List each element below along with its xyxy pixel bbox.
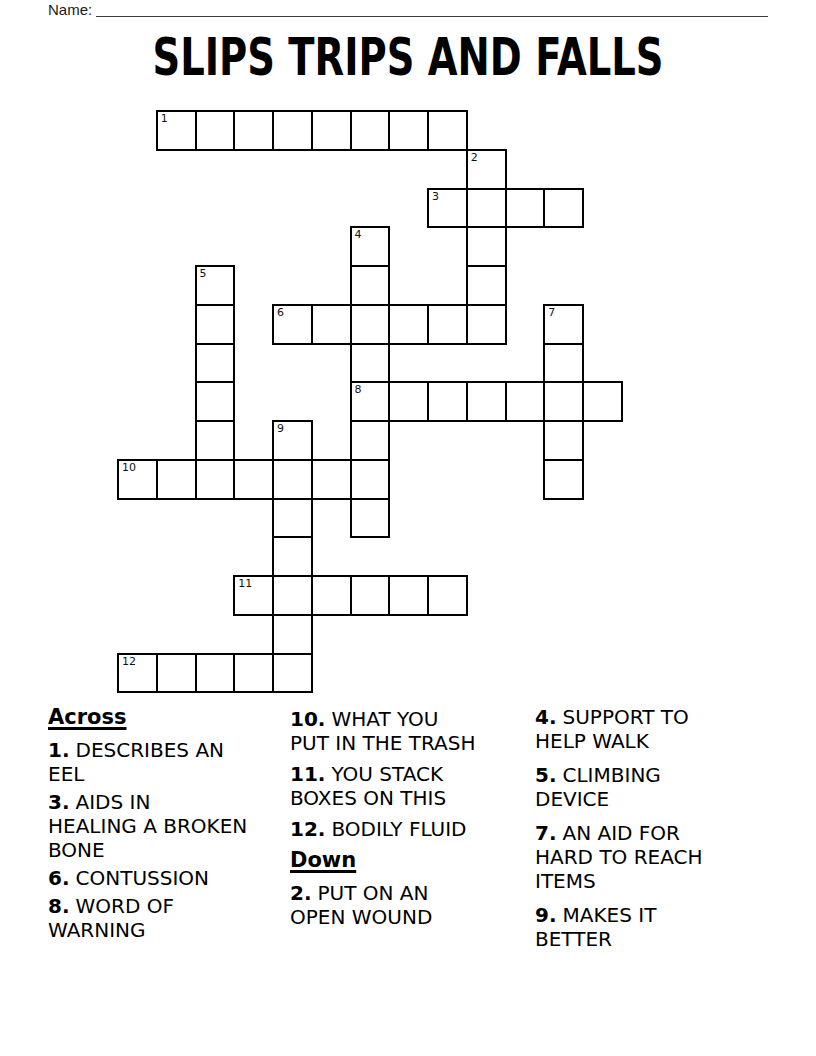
grid-cell[interactable] bbox=[156, 459, 197, 500]
grid-cell[interactable] bbox=[466, 265, 507, 306]
clues-column-1: Across 1.DESCRIBES AN EEL 3.AIDS IN HEAL… bbox=[48, 705, 288, 946]
cell-number: 1 bbox=[161, 113, 168, 124]
grid-cell[interactable]: 10 bbox=[117, 459, 158, 500]
cell-number: 5 bbox=[200, 268, 207, 279]
puzzle-title: SLIPS TRIPS AND FALLS bbox=[106, 31, 710, 83]
grid-cell[interactable] bbox=[195, 420, 236, 461]
grid-cell[interactable] bbox=[156, 653, 197, 694]
grid-cell[interactable]: 3 bbox=[427, 188, 468, 229]
grid-cell[interactable] bbox=[272, 653, 313, 694]
grid-cell[interactable] bbox=[350, 304, 391, 345]
grid-cell[interactable] bbox=[233, 459, 274, 500]
grid-cell[interactable] bbox=[195, 459, 236, 500]
grid-cell[interactable]: 12 bbox=[117, 653, 158, 694]
grid-cell[interactable] bbox=[272, 498, 313, 539]
clues-column-2: 10.WHAT YOU PUT IN THE TRASH 11.YOU STAC… bbox=[290, 707, 530, 936]
grid-cell[interactable] bbox=[350, 110, 391, 151]
grid-cell[interactable] bbox=[543, 420, 584, 461]
clue-across-10: 10.WHAT YOU PUT IN THE TRASH bbox=[290, 707, 530, 755]
grid-cell[interactable] bbox=[195, 304, 236, 345]
grid-cell[interactable] bbox=[505, 188, 546, 229]
grid-cell[interactable]: 8 bbox=[350, 381, 391, 422]
grid-cell[interactable] bbox=[582, 381, 623, 422]
grid-cell[interactable] bbox=[350, 498, 391, 539]
grid-cell[interactable] bbox=[466, 226, 507, 267]
grid-cell[interactable] bbox=[195, 110, 236, 151]
grid-cell[interactable] bbox=[311, 459, 352, 500]
cell-number: 11 bbox=[238, 578, 252, 589]
grid-cell[interactable] bbox=[311, 110, 352, 151]
grid-cell[interactable] bbox=[195, 381, 236, 422]
grid-cell[interactable] bbox=[233, 110, 274, 151]
grid-cell[interactable] bbox=[272, 110, 313, 151]
down-heading: Down bbox=[290, 848, 530, 872]
clue-across-8: 8.WORD OF WARNING bbox=[48, 894, 288, 942]
grid-cell[interactable] bbox=[427, 575, 468, 616]
cell-number: 8 bbox=[355, 384, 362, 395]
grid-cell[interactable] bbox=[388, 110, 429, 151]
grid-cell[interactable]: 4 bbox=[350, 226, 391, 267]
grid-cell[interactable] bbox=[195, 653, 236, 694]
cell-number: 6 bbox=[277, 307, 284, 318]
grid-cell[interactable] bbox=[350, 265, 391, 306]
cell-number: 4 bbox=[355, 229, 362, 240]
clue-down-7: 7.AN AID FOR HARD TO REACH ITEMS bbox=[535, 821, 747, 893]
grid-cell[interactable] bbox=[427, 381, 468, 422]
clue-across-11: 11.YOU STACK BOXES ON THIS bbox=[290, 762, 530, 810]
grid-cell[interactable]: 9 bbox=[272, 420, 313, 461]
clue-down-4: 4.SUPPORT TO HELP WALK bbox=[535, 705, 747, 753]
cell-number: 3 bbox=[432, 191, 439, 202]
grid-cell[interactable] bbox=[272, 536, 313, 577]
grid-cell[interactable] bbox=[466, 381, 507, 422]
grid-cell[interactable]: 11 bbox=[233, 575, 274, 616]
clue-down-2: 2.PUT ON AN OPEN WOUND bbox=[290, 881, 530, 929]
grid-cell[interactable] bbox=[388, 381, 429, 422]
grid-cell[interactable]: 2 bbox=[466, 149, 507, 190]
grid-cell[interactable] bbox=[350, 459, 391, 500]
grid-cell[interactable] bbox=[272, 614, 313, 655]
clue-across-1: 1.DESCRIBES AN EEL bbox=[48, 738, 288, 786]
clue-across-3: 3.AIDS IN HEALING A BROKEN BONE bbox=[48, 790, 288, 862]
grid-cell[interactable]: 1 bbox=[156, 110, 197, 151]
grid-cell[interactable] bbox=[543, 343, 584, 384]
cell-number: 2 bbox=[471, 152, 478, 163]
clue-down-5: 5.CLIMBING DEVICE bbox=[535, 763, 747, 811]
cell-number: 7 bbox=[548, 307, 555, 318]
grid-cell[interactable]: 7 bbox=[543, 304, 584, 345]
grid-cell[interactable] bbox=[543, 381, 584, 422]
grid-cell[interactable] bbox=[466, 188, 507, 229]
grid-cell[interactable] bbox=[350, 575, 391, 616]
grid-cell[interactable] bbox=[350, 343, 391, 384]
grid-cell[interactable] bbox=[505, 381, 546, 422]
grid-cell[interactable] bbox=[543, 459, 584, 500]
grid-cell[interactable] bbox=[272, 575, 313, 616]
clue-across-6: 6.CONTUSSION bbox=[48, 866, 288, 890]
clue-across-12: 12.BODILY FLUID bbox=[290, 817, 530, 841]
grid-cell[interactable] bbox=[350, 420, 391, 461]
grid-cell[interactable] bbox=[388, 304, 429, 345]
name-label: Name: bbox=[48, 1, 92, 18]
crossword-grid: 123456789101112 bbox=[117, 110, 623, 693]
across-heading: Across bbox=[48, 705, 288, 729]
cell-number: 10 bbox=[122, 462, 136, 473]
grid-cell[interactable] bbox=[233, 653, 274, 694]
grid-cell[interactable] bbox=[388, 575, 429, 616]
worksheet-page: Name: SLIPS TRIPS AND FALLS 123456789101… bbox=[0, 0, 816, 1056]
grid-cell[interactable] bbox=[195, 343, 236, 384]
grid-cell[interactable] bbox=[543, 188, 584, 229]
grid-cell[interactable]: 6 bbox=[272, 304, 313, 345]
grid-cell[interactable] bbox=[311, 575, 352, 616]
grid-cell[interactable] bbox=[272, 459, 313, 500]
grid-cell[interactable] bbox=[311, 304, 352, 345]
cell-number: 9 bbox=[277, 423, 284, 434]
clue-down-9: 9.MAKES IT BETTER bbox=[535, 903, 747, 951]
grid-cell[interactable] bbox=[466, 304, 507, 345]
name-fill-line[interactable] bbox=[96, 0, 768, 17]
grid-cell[interactable] bbox=[427, 304, 468, 345]
grid-cell[interactable] bbox=[427, 110, 468, 151]
cell-number: 12 bbox=[122, 656, 136, 667]
grid-cell[interactable]: 5 bbox=[195, 265, 236, 306]
clues-column-3: 4.SUPPORT TO HELP WALK 5.CLIMBING DEVICE… bbox=[535, 705, 747, 961]
